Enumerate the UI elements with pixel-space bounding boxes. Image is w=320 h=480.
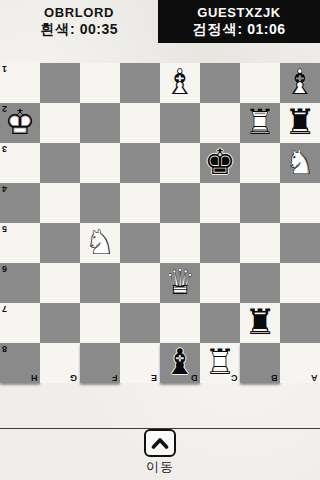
square-e7[interactable] (120, 303, 160, 343)
black-rook-a2: ♜ (280, 103, 320, 143)
chess-board: 1♝♗♝♗2♚♔♜♖♜3♚♞♘45♞♘6♛♕7♜8HGFED♝C♜♖BA (0, 63, 320, 383)
square-b6[interactable] (240, 263, 280, 303)
white-knight-a3: ♞♘ (280, 143, 320, 183)
black-bishop-d8: ♝ (160, 343, 200, 383)
square-h6[interactable]: 6 (0, 263, 40, 303)
square-f5[interactable]: ♞♘ (80, 223, 120, 263)
square-d5[interactable] (160, 223, 200, 263)
square-h3[interactable]: 3 (0, 143, 40, 183)
player-white-panel: OBRLORD 흰색:00:35 (0, 0, 158, 43)
square-g1[interactable] (40, 63, 80, 103)
square-f1[interactable] (80, 63, 120, 103)
square-h2[interactable]: 2♚♔ (0, 103, 40, 143)
square-f2[interactable] (80, 103, 120, 143)
square-e4[interactable] (120, 183, 160, 223)
player-black-panel: GUESTXZJK 검정색:01:06 (158, 0, 320, 43)
square-b2[interactable]: ♜♖ (240, 103, 280, 143)
square-a8[interactable]: A (280, 343, 320, 383)
header: OBRLORD 흰색:00:35 GUESTXZJK 검정색:01:06 (0, 0, 320, 43)
move-button[interactable] (144, 429, 176, 457)
square-b7[interactable]: ♜ (240, 303, 280, 343)
square-c7[interactable] (200, 303, 240, 343)
square-a2[interactable]: ♜ (280, 103, 320, 143)
square-g7[interactable] (40, 303, 80, 343)
square-a3[interactable]: ♞♘ (280, 143, 320, 183)
black-rook-b7: ♜ (240, 303, 280, 343)
square-g4[interactable] (40, 183, 80, 223)
square-b3[interactable] (240, 143, 280, 183)
chevron-up-icon (151, 437, 169, 449)
square-d1[interactable]: ♝♗ (160, 63, 200, 103)
square-d3[interactable] (160, 143, 200, 183)
white-bishop-a1: ♝♗ (280, 63, 320, 103)
square-a7[interactable] (280, 303, 320, 343)
rank-label-8: 8 (2, 344, 7, 353)
rank-label-1: 1 (2, 64, 7, 73)
square-e2[interactable] (120, 103, 160, 143)
file-label-e: E (151, 373, 157, 382)
square-h1[interactable]: 1 (0, 63, 40, 103)
square-f3[interactable] (80, 143, 120, 183)
white-queen-d6: ♛♕ (160, 263, 200, 303)
square-e5[interactable] (120, 223, 160, 263)
player-white-name: OBRLORD (44, 6, 114, 20)
square-c1[interactable] (200, 63, 240, 103)
white-rook-b2: ♜♖ (240, 103, 280, 143)
player-black-clock-time: 01:06 (247, 21, 285, 37)
square-c3[interactable]: ♚ (200, 143, 240, 183)
rank-label-6: 6 (2, 264, 7, 273)
file-label-f: F (112, 373, 118, 382)
square-h8[interactable]: 8H (0, 343, 40, 383)
white-rook-c8: ♜♖ (200, 343, 240, 383)
rank-label-4: 4 (2, 184, 7, 193)
square-h5[interactable]: 5 (0, 223, 40, 263)
player-black-clock-label: 검정색: (193, 21, 244, 37)
square-e8[interactable]: E (120, 343, 160, 383)
square-a1[interactable]: ♝♗ (280, 63, 320, 103)
square-c2[interactable] (200, 103, 240, 143)
square-d8[interactable]: D♝ (160, 343, 200, 383)
square-c8[interactable]: C♜♖ (200, 343, 240, 383)
square-g8[interactable]: G (40, 343, 80, 383)
rank-label-3: 3 (2, 144, 7, 153)
square-h7[interactable]: 7 (0, 303, 40, 343)
square-d2[interactable] (160, 103, 200, 143)
white-knight-f5: ♞♘ (80, 223, 120, 263)
square-f6[interactable] (80, 263, 120, 303)
player-black-clock: 검정색:01:06 (193, 21, 286, 38)
file-label-b: B (271, 373, 278, 382)
square-g3[interactable] (40, 143, 80, 183)
file-label-h: H (31, 373, 38, 382)
square-e1[interactable] (120, 63, 160, 103)
rank-label-5: 5 (2, 224, 7, 233)
square-c5[interactable] (200, 223, 240, 263)
player-white-clock-time: 00:35 (80, 21, 118, 37)
square-c6[interactable] (200, 263, 240, 303)
square-g5[interactable] (40, 223, 80, 263)
file-label-g: G (70, 373, 77, 382)
player-white-clock-label: 흰색: (40, 21, 76, 37)
square-f4[interactable] (80, 183, 120, 223)
square-b5[interactable] (240, 223, 280, 263)
square-b4[interactable] (240, 183, 280, 223)
square-d6[interactable]: ♛♕ (160, 263, 200, 303)
square-g2[interactable] (40, 103, 80, 143)
square-a5[interactable] (280, 223, 320, 263)
square-f8[interactable]: F (80, 343, 120, 383)
square-a6[interactable] (280, 263, 320, 303)
square-d7[interactable] (160, 303, 200, 343)
square-g6[interactable] (40, 263, 80, 303)
app-screen: OBRLORD 흰색:00:35 GUESTXZJK 검정색:01:06 1♝♗… (0, 0, 320, 480)
black-king-c3: ♚ (200, 143, 240, 183)
move-button-label: 이동 (0, 458, 320, 476)
player-white-clock: 흰색:00:35 (40, 21, 118, 38)
white-bishop-d1: ♝♗ (160, 63, 200, 103)
square-f7[interactable] (80, 303, 120, 343)
square-e3[interactable] (120, 143, 160, 183)
square-e6[interactable] (120, 263, 160, 303)
white-king-h2: ♚♔ (0, 103, 40, 143)
square-b8[interactable]: B (240, 343, 280, 383)
square-a4[interactable] (280, 183, 320, 223)
square-b1[interactable] (240, 63, 280, 103)
square-d4[interactable] (160, 183, 200, 223)
square-c4[interactable] (200, 183, 240, 223)
rank-label-7: 7 (2, 304, 7, 313)
square-h4[interactable]: 4 (0, 183, 40, 223)
player-black-name: GUESTXZJK (197, 6, 280, 20)
file-label-a: A (311, 373, 318, 382)
